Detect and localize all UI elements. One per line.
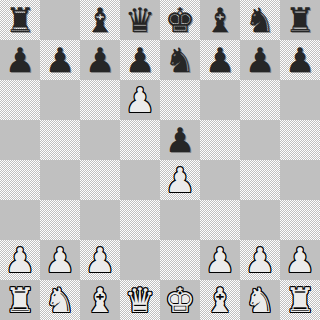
black-king[interactable]: ♚ xyxy=(165,0,195,40)
square-b4[interactable] xyxy=(40,160,80,200)
white-queen[interactable]: ♛ xyxy=(125,280,155,320)
square-h5[interactable] xyxy=(280,120,320,160)
square-h3[interactable] xyxy=(280,200,320,240)
white-king[interactable]: ♚ xyxy=(165,280,195,320)
square-c6[interactable] xyxy=(80,80,120,120)
square-a6[interactable] xyxy=(0,80,40,120)
black-queen[interactable]: ♛ xyxy=(125,0,155,40)
square-f1[interactable]: ♝ xyxy=(200,280,240,320)
square-e8[interactable]: ♚ xyxy=(160,0,200,40)
square-c2[interactable]: ♟ xyxy=(80,240,120,280)
white-pawn[interactable]: ♟ xyxy=(125,80,155,120)
square-h6[interactable] xyxy=(280,80,320,120)
square-e7[interactable]: ♞ xyxy=(160,40,200,80)
black-bishop[interactable]: ♝ xyxy=(205,0,235,40)
square-h8[interactable]: ♜ xyxy=(280,0,320,40)
white-pawn[interactable]: ♟ xyxy=(205,240,235,280)
square-c7[interactable]: ♟ xyxy=(80,40,120,80)
square-b1[interactable]: ♞ xyxy=(40,280,80,320)
square-g4[interactable] xyxy=(240,160,280,200)
square-f2[interactable]: ♟ xyxy=(200,240,240,280)
square-g3[interactable] xyxy=(240,200,280,240)
square-d2[interactable] xyxy=(120,240,160,280)
white-knight[interactable]: ♞ xyxy=(245,280,275,320)
square-f5[interactable] xyxy=(200,120,240,160)
square-c4[interactable] xyxy=(80,160,120,200)
white-pawn[interactable]: ♟ xyxy=(245,240,275,280)
square-g8[interactable]: ♞ xyxy=(240,0,280,40)
square-b8[interactable] xyxy=(40,0,80,40)
square-f6[interactable] xyxy=(200,80,240,120)
square-e2[interactable] xyxy=(160,240,200,280)
square-a3[interactable] xyxy=(0,200,40,240)
square-f4[interactable] xyxy=(200,160,240,200)
black-pawn[interactable]: ♟ xyxy=(85,40,115,80)
square-e1[interactable]: ♚ xyxy=(160,280,200,320)
square-c8[interactable]: ♝ xyxy=(80,0,120,40)
square-c1[interactable]: ♝ xyxy=(80,280,120,320)
black-pawn[interactable]: ♟ xyxy=(245,40,275,80)
square-d7[interactable]: ♟ xyxy=(120,40,160,80)
square-c5[interactable] xyxy=(80,120,120,160)
square-b6[interactable] xyxy=(40,80,80,120)
square-e3[interactable] xyxy=(160,200,200,240)
square-h7[interactable]: ♟ xyxy=(280,40,320,80)
square-f8[interactable]: ♝ xyxy=(200,0,240,40)
white-pawn[interactable]: ♟ xyxy=(45,240,75,280)
black-pawn[interactable]: ♟ xyxy=(165,120,195,160)
square-g7[interactable]: ♟ xyxy=(240,40,280,80)
black-pawn[interactable]: ♟ xyxy=(285,40,315,80)
square-e4[interactable]: ♟ xyxy=(160,160,200,200)
square-e6[interactable] xyxy=(160,80,200,120)
square-d4[interactable] xyxy=(120,160,160,200)
chess-board: ♜♝♛♚♝♞♜♟♟♟♟♞♟♟♟♟♟♟♟♟♟♟♟♟♜♞♝♛♚♝♞♜ xyxy=(0,0,320,320)
white-pawn[interactable]: ♟ xyxy=(285,240,315,280)
white-pawn[interactable]: ♟ xyxy=(5,240,35,280)
white-rook[interactable]: ♜ xyxy=(285,280,315,320)
square-a1[interactable]: ♜ xyxy=(0,280,40,320)
white-rook[interactable]: ♜ xyxy=(5,280,35,320)
white-pawn[interactable]: ♟ xyxy=(85,240,115,280)
black-rook[interactable]: ♜ xyxy=(285,0,315,40)
square-d3[interactable] xyxy=(120,200,160,240)
white-bishop[interactable]: ♝ xyxy=(205,280,235,320)
square-h1[interactable]: ♜ xyxy=(280,280,320,320)
square-g6[interactable] xyxy=(240,80,280,120)
square-g2[interactable]: ♟ xyxy=(240,240,280,280)
black-pawn[interactable]: ♟ xyxy=(125,40,155,80)
square-b5[interactable] xyxy=(40,120,80,160)
square-b7[interactable]: ♟ xyxy=(40,40,80,80)
square-a4[interactable] xyxy=(0,160,40,200)
square-d1[interactable]: ♛ xyxy=(120,280,160,320)
square-d8[interactable]: ♛ xyxy=(120,0,160,40)
square-e5[interactable]: ♟ xyxy=(160,120,200,160)
white-knight[interactable]: ♞ xyxy=(45,280,75,320)
black-rook[interactable]: ♜ xyxy=(5,0,35,40)
square-f3[interactable] xyxy=(200,200,240,240)
square-g1[interactable]: ♞ xyxy=(240,280,280,320)
square-h2[interactable]: ♟ xyxy=(280,240,320,280)
square-a2[interactable]: ♟ xyxy=(0,240,40,280)
square-b3[interactable] xyxy=(40,200,80,240)
square-a7[interactable]: ♟ xyxy=(0,40,40,80)
white-bishop[interactable]: ♝ xyxy=(85,280,115,320)
square-c3[interactable] xyxy=(80,200,120,240)
square-h4[interactable] xyxy=(280,160,320,200)
black-knight[interactable]: ♞ xyxy=(165,40,195,80)
black-bishop[interactable]: ♝ xyxy=(85,0,115,40)
square-g5[interactable] xyxy=(240,120,280,160)
black-pawn[interactable]: ♟ xyxy=(205,40,235,80)
white-pawn[interactable]: ♟ xyxy=(165,160,195,200)
square-b2[interactable]: ♟ xyxy=(40,240,80,280)
black-knight[interactable]: ♞ xyxy=(245,0,275,40)
square-f7[interactable]: ♟ xyxy=(200,40,240,80)
square-a5[interactable] xyxy=(0,120,40,160)
square-d6[interactable]: ♟ xyxy=(120,80,160,120)
black-pawn[interactable]: ♟ xyxy=(45,40,75,80)
black-pawn[interactable]: ♟ xyxy=(5,40,35,80)
square-d5[interactable] xyxy=(120,120,160,160)
square-a8[interactable]: ♜ xyxy=(0,0,40,40)
